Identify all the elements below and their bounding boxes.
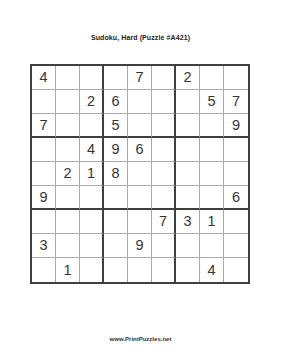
sudoku-cell-empty[interactable] [200,138,224,162]
sudoku-cell-empty[interactable] [104,66,128,90]
sudoku-cell-empty[interactable] [104,258,128,282]
sudoku-cell-given: 9 [224,114,248,138]
sudoku-cell-empty[interactable] [128,90,152,114]
sudoku-cell-empty[interactable] [176,138,200,162]
sudoku-cell-empty[interactable] [224,66,248,90]
sudoku-cell-empty[interactable] [176,234,200,258]
sudoku-cell-empty[interactable] [176,90,200,114]
sudoku-cell-given: 8 [104,162,128,186]
sudoku-cell-empty[interactable] [224,138,248,162]
sudoku-cell-empty[interactable] [56,138,80,162]
sudoku-cell-given: 6 [104,90,128,114]
sudoku-cell-given: 9 [104,138,128,162]
sudoku-cell-empty[interactable] [200,162,224,186]
sudoku-cell-given: 3 [32,234,56,258]
sudoku-cell-empty[interactable] [200,114,224,138]
sudoku-cell-empty[interactable] [152,186,176,210]
sudoku-cell-empty[interactable] [200,186,224,210]
sudoku-cell-given: 7 [224,90,248,114]
sudoku-cell-empty[interactable] [200,234,224,258]
sudoku-cell-empty[interactable] [224,162,248,186]
sudoku-cell-empty[interactable] [32,90,56,114]
sudoku-cell-empty[interactable] [32,162,56,186]
sudoku-cell-given: 4 [200,258,224,282]
sudoku-cell-empty[interactable] [80,114,104,138]
sudoku-cell-given: 1 [80,162,104,186]
sudoku-cell-empty[interactable] [128,186,152,210]
sudoku-cell-given: 4 [80,138,104,162]
sudoku-cell-empty[interactable] [224,210,248,234]
sudoku-cell-empty[interactable] [152,66,176,90]
sudoku-cell-given: 7 [152,210,176,234]
sudoku-cell-given: 9 [128,234,152,258]
page-root: Sudoku, Hard (Puzzle #A421) 472265775949… [0,0,281,363]
sudoku-cell-empty[interactable] [152,234,176,258]
sudoku-cell-empty[interactable] [56,114,80,138]
sudoku-cell-given: 1 [200,210,224,234]
sudoku-cell-empty[interactable] [56,186,80,210]
sudoku-cell-given: 2 [176,66,200,90]
sudoku-cell-given: 2 [80,90,104,114]
sudoku-cell-empty[interactable] [104,210,128,234]
sudoku-cell-empty[interactable] [56,90,80,114]
sudoku-cell-given: 6 [224,186,248,210]
sudoku-cell-empty[interactable] [32,258,56,282]
sudoku-cell-empty[interactable] [176,162,200,186]
sudoku-cell-empty[interactable] [80,258,104,282]
sudoku-board: 4722657759496218967313914 [30,64,250,284]
sudoku-cell-given: 5 [200,90,224,114]
sudoku-cell-empty[interactable] [56,210,80,234]
sudoku-cell-empty[interactable] [104,186,128,210]
sudoku-cell-given: 5 [104,114,128,138]
sudoku-cell-given: 7 [32,114,56,138]
sudoku-cell-empty[interactable] [32,138,56,162]
sudoku-cell-empty[interactable] [152,90,176,114]
sudoku-cell-empty[interactable] [128,258,152,282]
sudoku-cell-given: 2 [56,162,80,186]
sudoku-cell-empty[interactable] [128,114,152,138]
sudoku-cell-empty[interactable] [152,114,176,138]
sudoku-cell-empty[interactable] [176,114,200,138]
sudoku-cell-given: 1 [56,258,80,282]
sudoku-cell-empty[interactable] [80,186,104,210]
sudoku-cell-empty[interactable] [128,162,152,186]
sudoku-cell-given: 9 [32,186,56,210]
sudoku-cell-empty[interactable] [176,186,200,210]
sudoku-cell-given: 6 [128,138,152,162]
sudoku-cell-empty[interactable] [80,66,104,90]
sudoku-cell-empty[interactable] [224,234,248,258]
sudoku-cell-empty[interactable] [56,234,80,258]
sudoku-cell-empty[interactable] [176,258,200,282]
sudoku-cell-empty[interactable] [80,210,104,234]
sudoku-cell-empty[interactable] [224,258,248,282]
sudoku-cell-given: 4 [32,66,56,90]
sudoku-cell-given: 7 [128,66,152,90]
footer-url: www.PrintPuzzles.net [0,336,281,342]
sudoku-cell-empty[interactable] [152,258,176,282]
sudoku-cell-empty[interactable] [152,162,176,186]
sudoku-cell-empty[interactable] [80,234,104,258]
sudoku-cell-empty[interactable] [32,210,56,234]
sudoku-cell-empty[interactable] [128,210,152,234]
sudoku-cell-empty[interactable] [200,66,224,90]
sudoku-cell-empty[interactable] [152,138,176,162]
sudoku-cell-empty[interactable] [104,234,128,258]
puzzle-title: Sudoku, Hard (Puzzle #A421) [0,34,281,41]
sudoku-cell-empty[interactable] [56,66,80,90]
sudoku-cell-given: 3 [176,210,200,234]
